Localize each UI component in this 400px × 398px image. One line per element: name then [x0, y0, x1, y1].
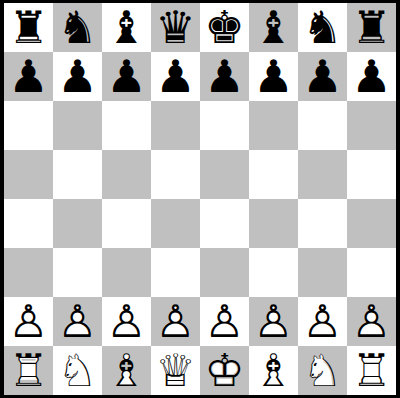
piece-white-knight-fill: ♞: [53, 346, 102, 395]
square-b4[interactable]: [53, 199, 102, 248]
square-a8[interactable]: ♜: [4, 3, 53, 52]
square-a5[interactable]: [4, 150, 53, 199]
square-e4[interactable]: [200, 199, 249, 248]
piece-black-pawn: ♟: [347, 52, 396, 101]
piece-black-pawn: ♟: [53, 52, 102, 101]
square-e5[interactable]: [200, 150, 249, 199]
piece-black-pawn: ♟: [151, 52, 200, 101]
piece-white-knight-fill: ♞: [298, 346, 347, 395]
piece-white-pawn-fill: ♟: [298, 297, 347, 346]
square-d7[interactable]: ♟: [151, 52, 200, 101]
piece-white-king: ♔: [200, 346, 249, 395]
piece-white-rook-fill: ♜: [4, 346, 53, 395]
square-g1[interactable]: ♞♘: [298, 346, 347, 395]
piece-black-knight: ♞: [53, 3, 102, 52]
piece-black-rook: ♜: [4, 3, 53, 52]
square-h8[interactable]: ♜: [347, 3, 396, 52]
square-h4[interactable]: [347, 199, 396, 248]
square-f4[interactable]: [249, 199, 298, 248]
square-a3[interactable]: [4, 248, 53, 297]
piece-white-pawn: ♙: [200, 297, 249, 346]
piece-black-pawn: ♟: [249, 52, 298, 101]
square-h7[interactable]: ♟: [347, 52, 396, 101]
piece-black-rook: ♜: [347, 3, 396, 52]
square-f3[interactable]: [249, 248, 298, 297]
square-e1[interactable]: ♚♔: [200, 346, 249, 395]
square-h3[interactable]: [347, 248, 396, 297]
piece-black-bishop: ♝: [102, 3, 151, 52]
square-a4[interactable]: [4, 199, 53, 248]
piece-white-queen: ♕: [151, 346, 200, 395]
square-f8[interactable]: ♝: [249, 3, 298, 52]
piece-white-bishop: ♗: [102, 346, 151, 395]
piece-black-pawn: ♟: [200, 52, 249, 101]
piece-white-pawn-fill: ♟: [347, 297, 396, 346]
piece-black-knight: ♞: [298, 3, 347, 52]
square-b3[interactable]: [53, 248, 102, 297]
square-c8[interactable]: ♝: [102, 3, 151, 52]
square-h1[interactable]: ♜♖: [347, 346, 396, 395]
square-e3[interactable]: [200, 248, 249, 297]
square-c2[interactable]: ♟♙: [102, 297, 151, 346]
piece-black-pawn: ♟: [4, 52, 53, 101]
piece-black-pawn: ♟: [298, 52, 347, 101]
piece-white-pawn-fill: ♟: [53, 297, 102, 346]
square-b2[interactable]: ♟♙: [53, 297, 102, 346]
square-c5[interactable]: [102, 150, 151, 199]
square-h5[interactable]: [347, 150, 396, 199]
square-e2[interactable]: ♟♙: [200, 297, 249, 346]
square-b5[interactable]: [53, 150, 102, 199]
piece-white-rook-fill: ♜: [347, 346, 396, 395]
piece-white-pawn-fill: ♟: [249, 297, 298, 346]
piece-white-pawn: ♙: [151, 297, 200, 346]
piece-white-pawn: ♙: [249, 297, 298, 346]
square-a1[interactable]: ♜♖: [4, 346, 53, 395]
square-f2[interactable]: ♟♙: [249, 297, 298, 346]
square-c1[interactable]: ♝♗: [102, 346, 151, 395]
square-e8[interactable]: ♚: [200, 3, 249, 52]
square-f1[interactable]: ♝♗: [249, 346, 298, 395]
piece-white-bishop-fill: ♝: [102, 346, 151, 395]
square-a6[interactable]: [4, 101, 53, 150]
piece-white-rook: ♖: [347, 346, 396, 395]
square-d8[interactable]: ♛: [151, 3, 200, 52]
square-c6[interactable]: [102, 101, 151, 150]
square-d1[interactable]: ♛♕: [151, 346, 200, 395]
piece-black-pawn: ♟: [102, 52, 151, 101]
square-g4[interactable]: [298, 199, 347, 248]
board-frame: ♜♞♝♛♚♝♞♜♟♟♟♟♟♟♟♟♟♙♟♙♟♙♟♙♟♙♟♙♟♙♟♙♜♖♞♘♝♗♛♕…: [0, 0, 400, 398]
square-h2[interactable]: ♟♙: [347, 297, 396, 346]
square-d6[interactable]: [151, 101, 200, 150]
square-e7[interactable]: ♟: [200, 52, 249, 101]
square-f5[interactable]: [249, 150, 298, 199]
piece-white-rook: ♖: [4, 346, 53, 395]
square-a2[interactable]: ♟♙: [4, 297, 53, 346]
square-b7[interactable]: ♟: [53, 52, 102, 101]
square-c7[interactable]: ♟: [102, 52, 151, 101]
square-f6[interactable]: [249, 101, 298, 150]
square-b8[interactable]: ♞: [53, 3, 102, 52]
square-d2[interactable]: ♟♙: [151, 297, 200, 346]
square-g6[interactable]: [298, 101, 347, 150]
square-e6[interactable]: [200, 101, 249, 150]
piece-white-pawn: ♙: [53, 297, 102, 346]
piece-white-pawn: ♙: [347, 297, 396, 346]
square-h6[interactable]: [347, 101, 396, 150]
chess-board: ♜♞♝♛♚♝♞♜♟♟♟♟♟♟♟♟♟♙♟♙♟♙♟♙♟♙♟♙♟♙♟♙♜♖♞♘♝♗♛♕…: [4, 3, 396, 395]
piece-white-pawn-fill: ♟: [102, 297, 151, 346]
piece-white-pawn: ♙: [4, 297, 53, 346]
piece-white-pawn: ♙: [298, 297, 347, 346]
piece-white-pawn-fill: ♟: [4, 297, 53, 346]
piece-white-knight: ♘: [53, 346, 102, 395]
square-f7[interactable]: ♟: [249, 52, 298, 101]
square-g8[interactable]: ♞: [298, 3, 347, 52]
piece-white-pawn-fill: ♟: [200, 297, 249, 346]
piece-white-knight: ♘: [298, 346, 347, 395]
square-b1[interactable]: ♞♘: [53, 346, 102, 395]
square-d4[interactable]: [151, 199, 200, 248]
square-c4[interactable]: [102, 199, 151, 248]
piece-black-bishop: ♝: [249, 3, 298, 52]
piece-white-pawn-fill: ♟: [151, 297, 200, 346]
piece-black-king: ♚: [200, 3, 249, 52]
square-g7[interactable]: ♟: [298, 52, 347, 101]
piece-white-queen-fill: ♛: [151, 346, 200, 395]
square-d3[interactable]: [151, 248, 200, 297]
square-a7[interactable]: ♟: [4, 52, 53, 101]
piece-black-queen: ♛: [151, 3, 200, 52]
square-c3[interactable]: [102, 248, 151, 297]
piece-white-king-fill: ♚: [200, 346, 249, 395]
square-b6[interactable]: [53, 101, 102, 150]
piece-white-pawn: ♙: [102, 297, 151, 346]
square-d5[interactable]: [151, 150, 200, 199]
piece-white-bishop: ♗: [249, 346, 298, 395]
piece-white-bishop-fill: ♝: [249, 346, 298, 395]
square-g3[interactable]: [298, 248, 347, 297]
square-g5[interactable]: [298, 150, 347, 199]
square-g2[interactable]: ♟♙: [298, 297, 347, 346]
